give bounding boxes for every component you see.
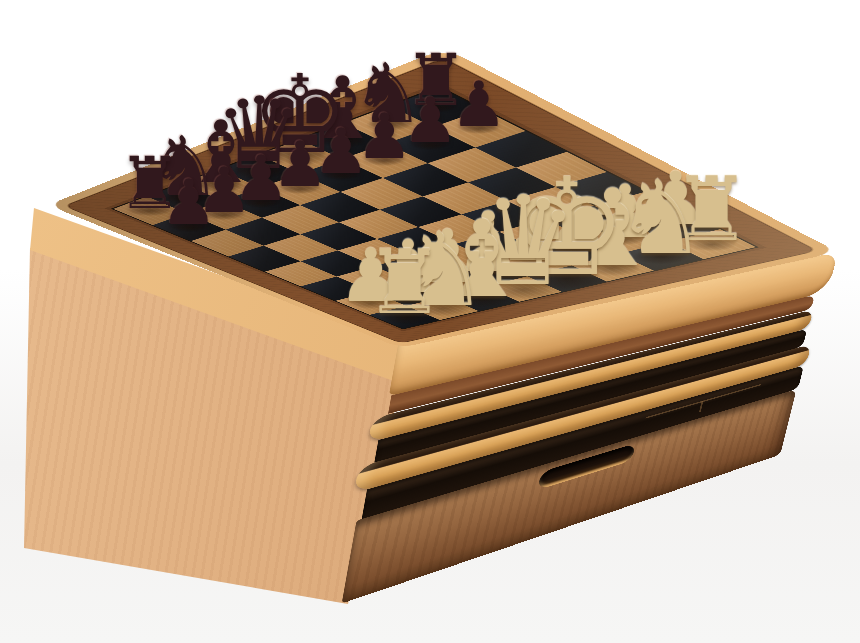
product-photo-scene: ♜♞♝♛♚♝♞♜♟♟♟♟♟♟♟♟♟♟♟♟♟♟♟♟♜♞♝♛♚♝♞♜ — [0, 0, 860, 643]
piece-white-rook-a1[interactable]: ♜ — [360, 239, 449, 328]
piece-black-pawn-a7[interactable]: ♟ — [158, 172, 221, 235]
